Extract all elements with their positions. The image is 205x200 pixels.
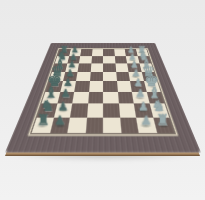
chess-photo-scene: ♜♟♟♜♞♟♟♞♝♟♟♝♛♟♟♛♚♟♟♚♝♟♟♝♞♟♟♞♜♟♟♜ [0, 0, 205, 200]
square-e4[interactable] [103, 81, 117, 91]
square-c4[interactable] [103, 63, 116, 71]
square-d4[interactable] [103, 72, 117, 81]
square-e6[interactable] [74, 81, 89, 91]
square-c5[interactable] [90, 63, 103, 71]
square-e5[interactable] [89, 81, 103, 91]
square-h5[interactable] [85, 117, 103, 133]
square-g5[interactable] [86, 103, 103, 117]
square-a6[interactable] [80, 49, 92, 56]
square-f5[interactable] [88, 91, 103, 103]
square-h6[interactable] [67, 117, 86, 133]
chess-board: ♜♟♟♜♞♟♟♞♝♟♟♝♛♟♟♛♚♟♟♚♝♟♟♝♞♟♟♞♜♟♟♜ [5, 43, 201, 152]
square-b4[interactable] [103, 56, 115, 63]
square-a5[interactable] [92, 49, 103, 56]
square-b5[interactable] [91, 56, 103, 63]
square-c6[interactable] [78, 63, 91, 71]
square-f4[interactable] [103, 91, 118, 103]
square-c3[interactable] [115, 63, 128, 71]
square-b6[interactable] [79, 56, 92, 63]
square-g6[interactable] [70, 103, 88, 117]
square-g4[interactable] [103, 103, 120, 117]
square-a4[interactable] [103, 49, 114, 56]
square-d6[interactable] [76, 72, 90, 81]
board-side-edge [5, 152, 200, 156]
square-d5[interactable] [90, 72, 104, 81]
square-h4[interactable] [103, 117, 121, 133]
square-f6[interactable] [72, 91, 88, 103]
